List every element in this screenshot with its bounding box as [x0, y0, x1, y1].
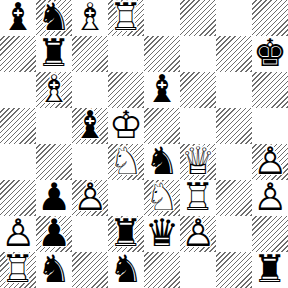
square-h8[interactable] — [252, 0, 288, 36]
white-rook-icon: ♖ — [108, 0, 144, 35]
square-f4[interactable]: ♛♕ — [180, 144, 216, 180]
square-f1[interactable] — [180, 252, 216, 288]
square-d6[interactable] — [108, 72, 144, 108]
white-king-icon: ♔ — [108, 108, 144, 143]
piece-white-knight: ♞♘ — [144, 180, 180, 216]
square-f3[interactable]: ♜♖ — [180, 180, 216, 216]
square-a4[interactable] — [0, 144, 36, 180]
black-bishop-icon: ♝ — [72, 108, 108, 143]
square-f7[interactable] — [180, 36, 216, 72]
square-c6[interactable] — [72, 72, 108, 108]
piece-black-rook: ♜♜ — [252, 252, 288, 288]
white-bishop-icon: ♗ — [36, 72, 72, 107]
square-e2[interactable]: ♛♛ — [144, 216, 180, 252]
white-rook-icon: ♖ — [180, 180, 216, 215]
piece-black-rook: ♜♜ — [36, 36, 72, 72]
piece-black-pawn: ♟♟ — [36, 180, 72, 216]
square-e7[interactable] — [144, 36, 180, 72]
square-f6[interactable] — [180, 72, 216, 108]
square-e3[interactable]: ♞♘ — [144, 180, 180, 216]
square-b1[interactable]: ♞♞ — [36, 252, 72, 288]
piece-white-pawn: ♟♙ — [0, 216, 36, 252]
square-g8[interactable] — [216, 0, 252, 36]
white-pawn-icon: ♙ — [0, 216, 36, 251]
square-g5[interactable] — [216, 108, 252, 144]
piece-black-bishop: ♝♝ — [72, 108, 108, 144]
piece-black-bishop: ♝♝ — [0, 0, 36, 36]
piece-white-rook: ♜♖ — [0, 252, 36, 288]
black-rook-icon: ♜ — [108, 216, 144, 251]
piece-black-pawn: ♟♟ — [36, 216, 72, 252]
black-knight-icon: ♞ — [36, 252, 72, 287]
square-g4[interactable] — [216, 144, 252, 180]
square-h7[interactable]: ♚♚ — [252, 36, 288, 72]
piece-black-king: ♚♚ — [252, 36, 288, 72]
square-e1[interactable] — [144, 252, 180, 288]
piece-black-knight: ♞♞ — [144, 144, 180, 180]
square-d5[interactable]: ♚♔ — [108, 108, 144, 144]
white-pawn-icon: ♙ — [72, 180, 108, 215]
square-g3[interactable] — [216, 180, 252, 216]
square-b4[interactable] — [36, 144, 72, 180]
piece-white-rook: ♜♖ — [108, 0, 144, 36]
square-d7[interactable] — [108, 36, 144, 72]
white-queen-icon: ♕ — [180, 144, 216, 179]
square-a5[interactable] — [0, 108, 36, 144]
square-d1[interactable]: ♞♞ — [108, 252, 144, 288]
piece-white-king: ♚♔ — [108, 108, 144, 144]
white-rook-icon: ♖ — [0, 252, 36, 287]
square-f8[interactable] — [180, 0, 216, 36]
piece-black-bishop: ♝♝ — [144, 72, 180, 108]
piece-white-bishop: ♝♗ — [72, 0, 108, 36]
square-g2[interactable] — [216, 216, 252, 252]
square-f5[interactable] — [180, 108, 216, 144]
square-e6[interactable]: ♝♝ — [144, 72, 180, 108]
square-d3[interactable] — [108, 180, 144, 216]
square-h5[interactable] — [252, 108, 288, 144]
white-knight-icon: ♘ — [108, 144, 144, 179]
square-f2[interactable]: ♟♙ — [180, 216, 216, 252]
piece-black-knight: ♞♞ — [108, 252, 144, 288]
square-a6[interactable] — [0, 72, 36, 108]
square-g7[interactable] — [216, 36, 252, 72]
square-b3[interactable]: ♟♟ — [36, 180, 72, 216]
white-pawn-icon: ♙ — [180, 216, 216, 251]
black-bishop-icon: ♝ — [0, 0, 36, 35]
square-e8[interactable] — [144, 0, 180, 36]
piece-black-knight: ♞♞ — [36, 252, 72, 288]
square-a8[interactable]: ♝♝ — [0, 0, 36, 36]
piece-white-pawn: ♟♙ — [72, 180, 108, 216]
white-bishop-icon: ♗ — [72, 0, 108, 35]
square-h6[interactable] — [252, 72, 288, 108]
piece-white-knight: ♞♘ — [108, 144, 144, 180]
chess-board: ♝♝♞♞♝♗♜♖♜♜♚♚♝♗♝♝♝♝♚♔♞♘♞♞♛♕♟♙♟♟♟♙♞♘♜♖♟♙♟♙… — [0, 0, 288, 288]
piece-white-rook: ♜♖ — [180, 180, 216, 216]
square-b7[interactable]: ♜♜ — [36, 36, 72, 72]
black-rook-icon: ♜ — [36, 36, 72, 71]
black-knight-icon: ♞ — [36, 0, 72, 35]
square-a1[interactable]: ♜♖ — [0, 252, 36, 288]
black-queen-icon: ♛ — [144, 216, 180, 251]
black-pawn-icon: ♟ — [36, 216, 72, 251]
square-b2[interactable]: ♟♟ — [36, 216, 72, 252]
square-c2[interactable] — [72, 216, 108, 252]
square-c1[interactable] — [72, 252, 108, 288]
square-h2[interactable] — [252, 216, 288, 252]
black-pawn-icon: ♟ — [36, 180, 72, 215]
piece-black-rook: ♜♜ — [108, 216, 144, 252]
piece-white-queen: ♛♕ — [180, 144, 216, 180]
square-g6[interactable] — [216, 72, 252, 108]
piece-black-knight: ♞♞ — [36, 0, 72, 36]
square-d2[interactable]: ♜♜ — [108, 216, 144, 252]
square-c7[interactable] — [72, 36, 108, 72]
black-knight-icon: ♞ — [144, 144, 180, 179]
square-b6[interactable]: ♝♗ — [36, 72, 72, 108]
square-a2[interactable]: ♟♙ — [0, 216, 36, 252]
piece-white-pawn: ♟♙ — [252, 180, 288, 216]
square-c5[interactable]: ♝♝ — [72, 108, 108, 144]
square-c8[interactable]: ♝♗ — [72, 0, 108, 36]
square-h3[interactable]: ♟♙ — [252, 180, 288, 216]
square-b5[interactable] — [36, 108, 72, 144]
white-pawn-icon: ♙ — [252, 180, 288, 215]
black-rook-icon: ♜ — [252, 252, 288, 287]
black-bishop-icon: ♝ — [144, 72, 180, 107]
white-pawn-icon: ♙ — [252, 144, 288, 179]
square-c3[interactable]: ♟♙ — [72, 180, 108, 216]
square-g1[interactable] — [216, 252, 252, 288]
square-b8[interactable]: ♞♞ — [36, 0, 72, 36]
black-knight-icon: ♞ — [108, 252, 144, 287]
square-a7[interactable] — [0, 36, 36, 72]
square-h4[interactable]: ♟♙ — [252, 144, 288, 180]
square-d4[interactable]: ♞♘ — [108, 144, 144, 180]
square-d8[interactable]: ♜♖ — [108, 0, 144, 36]
piece-black-queen: ♛♛ — [144, 216, 180, 252]
white-knight-icon: ♘ — [144, 180, 180, 215]
piece-white-bishop: ♝♗ — [36, 72, 72, 108]
square-h1[interactable]: ♜♜ — [252, 252, 288, 288]
piece-white-pawn: ♟♙ — [180, 216, 216, 252]
piece-white-pawn: ♟♙ — [252, 144, 288, 180]
square-a3[interactable] — [0, 180, 36, 216]
square-e4[interactable]: ♞♞ — [144, 144, 180, 180]
black-king-icon: ♚ — [252, 36, 288, 71]
square-c4[interactable] — [72, 144, 108, 180]
square-e5[interactable] — [144, 108, 180, 144]
